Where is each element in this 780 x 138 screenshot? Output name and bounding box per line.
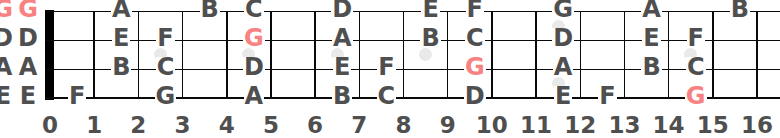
note-grid: ABCDEFGABEFGABCDEFBCDEFGABCFGABCDEFG (55, 0, 762, 110)
fret-number-8: 8 (395, 112, 411, 138)
note-f-string-a-fret-8: F (377, 57, 395, 77)
note-e-string-d-fret-2: E (112, 28, 130, 48)
note-d-string-g-fret-7: D (331, 0, 353, 19)
open-string-label-g: G (18, 0, 38, 23)
note-c-string-e-fret-8: C (377, 86, 397, 106)
note-b-string-g-fret-4: B (200, 0, 220, 19)
fret-number-2: 2 (130, 112, 146, 138)
note-b-string-d-fret-9: B (420, 28, 440, 48)
clipped-label-e: E (0, 82, 11, 110)
fret-number-6: 6 (307, 112, 323, 138)
note-f-string-g-fret-10: F (466, 0, 484, 19)
fret-number-7: 7 (351, 112, 367, 138)
fret-number-4: 4 (219, 112, 235, 138)
fret-number-15: 15 (697, 112, 729, 138)
fret-number-0: 0 (42, 112, 58, 138)
fret-number-10: 10 (476, 112, 508, 138)
note-c-string-a-fret-3: C (156, 57, 176, 77)
note-d-string-a-fret-5: D (243, 57, 265, 77)
note-f-string-e-fret-13: F (598, 86, 616, 106)
note-b-string-a-fret-2: B (111, 57, 131, 77)
fret-number-3: 3 (175, 112, 191, 138)
clipped-label-d: D (0, 24, 13, 52)
fret-number-1: 1 (86, 112, 102, 138)
bass-fretboard-diagram: GDAE GDAE ABCDEFGABEFGABCDEFBCDEFGABCFGA… (0, 0, 780, 138)
nut (45, 10, 54, 100)
note-e-string-d-fret-14: E (642, 28, 660, 48)
note-c-string-d-fret-10: C (465, 28, 485, 48)
open-string-label-e: E (20, 82, 36, 110)
fret-number-16: 16 (741, 112, 773, 138)
open-string-label-a: A (19, 53, 38, 81)
fret-number-5: 5 (263, 112, 279, 138)
note-b-string-e-fret-7: B (332, 86, 352, 106)
note-d-string-d-fret-12: D (552, 28, 574, 48)
note-b-string-g-fret-16: B (730, 0, 750, 19)
note-e-string-a-fret-7: E (333, 57, 351, 77)
note-f-string-d-fret-15: F (687, 28, 705, 48)
note-e-string-e-fret-12: E (554, 86, 572, 106)
fret-number-11: 11 (520, 112, 552, 138)
note-g-string-a-fret-10: G (464, 57, 486, 77)
clipped-label-g: G (0, 0, 13, 23)
note-a-string-a-fret-12: A (553, 57, 574, 77)
note-a-string-d-fret-7: A (332, 28, 353, 48)
fret-number-12: 12 (564, 112, 596, 138)
note-d-string-e-fret-10: D (464, 86, 486, 106)
note-g-string-g-fret-12: G (552, 0, 574, 19)
fret-number-13: 13 (608, 112, 640, 138)
note-f-string-e-fret-1: F (68, 86, 86, 106)
note-g-string-d-fret-5: G (243, 28, 265, 48)
note-a-string-g-fret-2: A (111, 0, 132, 19)
open-string-label-d: D (18, 24, 38, 52)
note-e-string-g-fret-9: E (421, 0, 439, 19)
note-c-string-a-fret-15: C (686, 57, 706, 77)
clipped-label-a: A (0, 53, 12, 81)
note-a-string-g-fret-14: A (641, 0, 662, 19)
note-b-string-a-fret-14: B (641, 57, 661, 77)
note-f-string-d-fret-3: F (156, 28, 174, 48)
note-c-string-g-fret-5: C (244, 0, 264, 19)
note-g-string-e-fret-15: G (685, 86, 707, 106)
note-g-string-e-fret-3: G (155, 86, 177, 106)
note-a-string-e-fret-5: A (244, 86, 265, 106)
fret-number-9: 9 (440, 112, 456, 138)
fret-number-14: 14 (653, 112, 685, 138)
